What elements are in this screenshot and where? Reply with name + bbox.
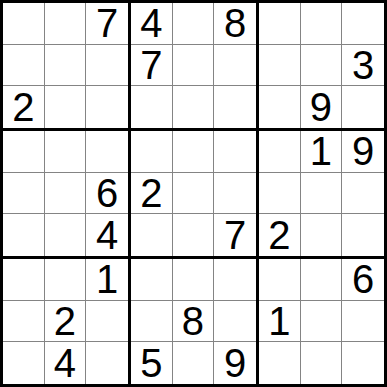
sudoku-cell-r2c8[interactable] [301,45,343,87]
sudoku-cell-r5c9[interactable] [342,173,384,215]
sudoku-cell-r4c3[interactable] [86,131,128,173]
sudoku-cell-r5c1[interactable] [3,173,45,215]
sudoku-cell-r8c9[interactable] [342,301,384,343]
sudoku-cell-r9c6: 9 [214,342,256,384]
sudoku-cell-r7c6[interactable] [214,259,256,301]
sudoku-cell-r1c6: 8 [214,3,256,45]
sudoku-cell-r6c7: 2 [259,214,301,256]
sudoku-cell-r6c5[interactable] [173,214,215,256]
sudoku-cell-r1c3: 7 [86,3,128,45]
sudoku-cell-r1c4: 4 [131,3,173,45]
sudoku-cell-r1c2[interactable] [45,3,87,45]
sudoku-cell-r7c4[interactable] [131,259,173,301]
sudoku-cell-r3c7[interactable] [259,86,301,128]
sudoku-cell-r4c5[interactable] [173,131,215,173]
sudoku-cell-r1c8[interactable] [301,3,343,45]
sudoku-box-r2c3: 192 [259,131,384,259]
sudoku-cell-r5c7[interactable] [259,173,301,215]
sudoku-cell-r7c1[interactable] [3,259,45,301]
sudoku-cell-r2c3[interactable] [86,45,128,87]
sudoku-cell-r4c4[interactable] [131,131,173,173]
sudoku-cell-r1c9[interactable] [342,3,384,45]
sudoku-cell-r8c8[interactable] [301,301,343,343]
sudoku-box-r2c2: 27 [131,131,259,259]
sudoku-cell-r3c5[interactable] [173,86,215,128]
sudoku-cell-r2c1[interactable] [3,45,45,87]
sudoku-cell-r5c3: 6 [86,173,128,215]
sudoku-cell-r4c9: 9 [342,131,384,173]
sudoku-cell-r2c4: 7 [131,45,173,87]
sudoku-cell-r9c7[interactable] [259,342,301,384]
sudoku-box-r3c2: 859 [131,259,259,384]
sudoku-cell-r8c3[interactable] [86,301,128,343]
sudoku-cell-r3c4[interactable] [131,86,173,128]
sudoku-cell-r1c5[interactable] [173,3,215,45]
sudoku-cell-r8c6[interactable] [214,301,256,343]
sudoku-cell-r7c7[interactable] [259,259,301,301]
sudoku-cell-r4c2[interactable] [45,131,87,173]
sudoku-cell-r6c4[interactable] [131,214,173,256]
sudoku-cell-r2c7[interactable] [259,45,301,87]
sudoku-cell-r8c1[interactable] [3,301,45,343]
sudoku-cell-r9c5[interactable] [173,342,215,384]
sudoku-cell-r8c5: 8 [173,301,215,343]
sudoku-cell-r7c5[interactable] [173,259,215,301]
sudoku-cell-r3c6[interactable] [214,86,256,128]
sudoku-cell-r7c8[interactable] [301,259,343,301]
sudoku-cell-r9c4: 5 [131,342,173,384]
sudoku-cell-r8c4[interactable] [131,301,173,343]
sudoku-cell-r2c5[interactable] [173,45,215,87]
sudoku-cell-r9c9[interactable] [342,342,384,384]
sudoku-cell-r4c6[interactable] [214,131,256,173]
sudoku-box-r3c3: 61 [259,259,384,384]
sudoku-cell-r4c7[interactable] [259,131,301,173]
sudoku-cell-r6c6: 7 [214,214,256,256]
sudoku-cell-r5c4: 2 [131,173,173,215]
sudoku-cell-r6c9[interactable] [342,214,384,256]
sudoku-cell-r8c7: 1 [259,301,301,343]
sudoku-cell-r5c2[interactable] [45,173,87,215]
sudoku-cell-r2c6[interactable] [214,45,256,87]
sudoku-cell-r9c1[interactable] [3,342,45,384]
sudoku-cell-r4c1[interactable] [3,131,45,173]
sudoku-cell-r7c2[interactable] [45,259,87,301]
sudoku-cell-r8c2: 2 [45,301,87,343]
sudoku-cell-r9c3[interactable] [86,342,128,384]
sudoku-cell-r5c8[interactable] [301,173,343,215]
sudoku-cell-r3c9[interactable] [342,86,384,128]
sudoku-box-r1c1: 72 [3,3,131,131]
sudoku-cell-r2c9: 3 [342,45,384,87]
sudoku-cell-r7c3: 1 [86,259,128,301]
sudoku-box-r1c3: 39 [259,3,384,131]
sudoku-cell-r9c8[interactable] [301,342,343,384]
sudoku-cell-r3c3[interactable] [86,86,128,128]
sudoku-box-r1c2: 487 [131,3,259,131]
sudoku-cell-r3c2[interactable] [45,86,87,128]
sudoku-cell-r5c6[interactable] [214,173,256,215]
sudoku-cell-r7c9: 6 [342,259,384,301]
sudoku-box-r3c1: 124 [3,259,131,384]
sudoku-board: 7248739642719212485961 [0,0,387,387]
sudoku-cell-r5c5[interactable] [173,173,215,215]
sudoku-cell-r6c3: 4 [86,214,128,256]
sudoku-cell-r6c1[interactable] [3,214,45,256]
sudoku-cell-r4c8: 1 [301,131,343,173]
sudoku-cell-r3c8: 9 [301,86,343,128]
sudoku-box-r2c1: 64 [3,131,131,259]
sudoku-cell-r1c1[interactable] [3,3,45,45]
sudoku-cell-r3c1: 2 [3,86,45,128]
sudoku-cell-r2c2[interactable] [45,45,87,87]
sudoku-cell-r6c2[interactable] [45,214,87,256]
sudoku-cell-r1c7[interactable] [259,3,301,45]
sudoku-cell-r9c2: 4 [45,342,87,384]
sudoku-cell-r6c8[interactable] [301,214,343,256]
